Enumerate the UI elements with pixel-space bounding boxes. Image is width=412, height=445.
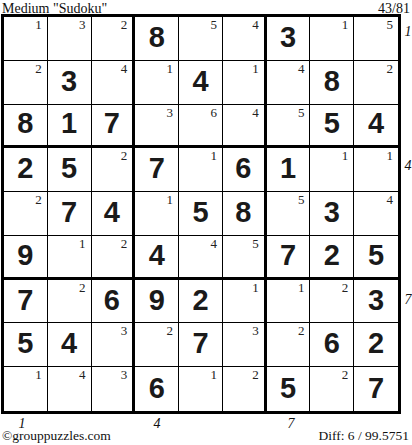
pencil-mark: 2 xyxy=(121,148,128,163)
cell-r8c1[interactable]: 5 xyxy=(4,323,48,367)
cell-r7c7[interactable]: 1 xyxy=(267,280,311,324)
cell-r9c8[interactable]: 2 xyxy=(310,367,354,411)
cell-r6c9[interactable]: 5 xyxy=(354,236,398,280)
cell-r8c9[interactable]: 2 xyxy=(354,323,398,367)
cell-r4c1[interactable]: 2 xyxy=(4,148,48,192)
cell-value: 8 xyxy=(17,109,33,138)
pencil-mark: 6 xyxy=(210,105,217,120)
cell-value: 6 xyxy=(235,154,251,183)
pencil-mark: 2 xyxy=(342,280,349,295)
cell-r4c4[interactable]: 7 xyxy=(135,148,179,192)
cell-r6c2[interactable]: 1 xyxy=(48,236,92,280)
cell-r9c9[interactable]: 7 xyxy=(354,367,398,411)
cell-value: 8 xyxy=(235,198,251,227)
cell-r6c6[interactable]: 5 xyxy=(223,236,267,280)
cell-r2c8[interactable]: 8 xyxy=(310,61,354,105)
pencil-mark: 4 xyxy=(121,61,128,76)
cell-r6c8[interactable]: 2 xyxy=(310,236,354,280)
cell-r1c5[interactable]: 5 xyxy=(179,17,223,61)
cell-value: 7 xyxy=(149,154,165,183)
cell-r6c1[interactable]: 9 xyxy=(4,236,48,280)
row-label-4: 4 xyxy=(403,158,412,174)
pencil-mark: 3 xyxy=(121,367,128,382)
cell-r1c6[interactable]: 4 xyxy=(223,17,267,61)
pencil-mark: 2 xyxy=(252,367,259,382)
cell-r5c5[interactable]: 5 xyxy=(179,192,223,236)
cell-value: 5 xyxy=(324,109,340,138)
sudoku-board: 1328543152341414828173645542527161112741… xyxy=(1,14,401,414)
cell-value: 1 xyxy=(61,109,77,138)
cell-r9c6[interactable]: 2 xyxy=(223,367,267,411)
cell-value: 8 xyxy=(324,67,340,96)
pencil-mark: 3 xyxy=(121,323,128,338)
cell-r6c7[interactable]: 7 xyxy=(267,236,311,280)
pencil-mark: 3 xyxy=(252,323,259,338)
cell-value: 7 xyxy=(104,109,120,138)
cell-value: 6 xyxy=(324,329,340,358)
cell-r3c6[interactable]: 4 xyxy=(223,105,267,149)
cell-r1c9[interactable]: 5 xyxy=(354,17,398,61)
pencil-mark: 1 xyxy=(252,61,259,76)
cell-r4c3[interactable]: 2 xyxy=(92,148,136,192)
cell-r9c1[interactable]: 1 xyxy=(4,367,48,411)
pencil-mark: 3 xyxy=(79,17,86,32)
cell-r6c5[interactable]: 4 xyxy=(179,236,223,280)
cell-value: 3 xyxy=(368,286,384,315)
cell-r8c7[interactable]: 2 xyxy=(267,323,311,367)
cell-value: 5 xyxy=(17,329,33,358)
cell-r1c4[interactable]: 8 xyxy=(135,17,179,61)
cell-r3c2[interactable]: 1 xyxy=(48,105,92,149)
cell-r8c3[interactable]: 3 xyxy=(92,323,136,367)
cell-value: 4 xyxy=(61,329,77,358)
cell-r6c4[interactable]: 4 xyxy=(135,236,179,280)
cell-value: 9 xyxy=(17,241,33,270)
cell-r1c1[interactable]: 1 xyxy=(4,17,48,61)
cell-r7c4[interactable]: 9 xyxy=(135,280,179,324)
pencil-mark: 2 xyxy=(298,323,305,338)
pencil-mark: 5 xyxy=(387,17,394,32)
pencil-mark: 1 xyxy=(79,236,86,251)
cell-value: 2 xyxy=(17,154,33,183)
pencil-mark: 5 xyxy=(298,105,305,120)
pencil-mark: 1 xyxy=(210,367,217,382)
cell-value: 4 xyxy=(104,198,120,227)
cell-value: 6 xyxy=(104,286,120,315)
cell-r4c6[interactable]: 6 xyxy=(223,148,267,192)
cell-r8c4[interactable]: 2 xyxy=(135,323,179,367)
cell-r2c4[interactable]: 1 xyxy=(135,61,179,105)
pencil-mark: 4 xyxy=(252,105,259,120)
pencil-mark: 5 xyxy=(298,192,305,207)
cell-value: 3 xyxy=(61,67,77,96)
cell-r4c2[interactable]: 5 xyxy=(48,148,92,192)
cell-r4c9[interactable]: 1 xyxy=(354,148,398,192)
cell-r7c9[interactable]: 3 xyxy=(354,280,398,324)
cell-value: 8 xyxy=(149,23,165,52)
pencil-mark: 2 xyxy=(121,236,128,251)
pencil-mark: 1 xyxy=(167,61,174,76)
cell-value: 5 xyxy=(280,374,296,403)
pencil-mark: 2 xyxy=(387,61,394,76)
cell-r3c5[interactable]: 6 xyxy=(179,105,223,149)
cell-r4c5[interactable]: 1 xyxy=(179,148,223,192)
difficulty-text: Diff: 6 / 99.5751 xyxy=(319,428,410,444)
pencil-mark: 4 xyxy=(252,17,259,32)
cell-r8c5[interactable]: 7 xyxy=(179,323,223,367)
cell-value: 2 xyxy=(192,286,208,315)
cell-r8c2[interactable]: 4 xyxy=(48,323,92,367)
cell-value: 2 xyxy=(324,241,340,270)
cell-value: 3 xyxy=(324,198,340,227)
col-label-7: 7 xyxy=(281,416,301,432)
cell-r9c4[interactable]: 6 xyxy=(135,367,179,411)
cell-r3c9[interactable]: 4 xyxy=(354,105,398,149)
pencil-mark: 2 xyxy=(79,280,86,295)
cell-r9c3[interactable]: 3 xyxy=(92,367,136,411)
cell-value: 7 xyxy=(368,374,384,403)
pencil-mark: 5 xyxy=(210,17,217,32)
cell-r2c5[interactable]: 4 xyxy=(179,61,223,105)
cell-r7c5[interactable]: 2 xyxy=(179,280,223,324)
copyright-text: ©grouppuzzles.com xyxy=(2,428,111,444)
row-label-1: 1 xyxy=(403,24,412,40)
pencil-mark: 1 xyxy=(342,17,349,32)
cell-value: 7 xyxy=(17,286,33,315)
cell-r7c1[interactable]: 7 xyxy=(4,280,48,324)
cell-value: 7 xyxy=(192,329,208,358)
pencil-mark: 1 xyxy=(35,17,42,32)
pencil-mark: 1 xyxy=(298,280,305,295)
cell-r4c7[interactable]: 1 xyxy=(267,148,311,192)
cell-r1c2[interactable]: 3 xyxy=(48,17,92,61)
cell-value: 4 xyxy=(368,109,384,138)
cell-value: 4 xyxy=(149,241,165,270)
cell-r7c6[interactable]: 1 xyxy=(223,280,267,324)
pencil-mark: 2 xyxy=(167,323,174,338)
pencil-mark: 1 xyxy=(35,367,42,382)
cell-value: 7 xyxy=(280,241,296,270)
cell-value: 6 xyxy=(149,374,165,403)
cell-r7c8[interactable]: 2 xyxy=(310,280,354,324)
cell-r1c8[interactable]: 1 xyxy=(310,17,354,61)
cell-value: 5 xyxy=(368,241,384,270)
cell-r8c6[interactable]: 3 xyxy=(223,323,267,367)
col-label-4: 4 xyxy=(147,416,167,432)
pencil-mark: 4 xyxy=(210,236,217,251)
cell-r4c8[interactable]: 1 xyxy=(310,148,354,192)
cell-value: 7 xyxy=(61,198,77,227)
cell-r1c7[interactable]: 3 xyxy=(267,17,311,61)
cell-r9c2[interactable]: 4 xyxy=(48,367,92,411)
cell-r3c7[interactable]: 5 xyxy=(267,105,311,149)
pencil-mark: 3 xyxy=(167,105,174,120)
cell-r5c1[interactable]: 2 xyxy=(4,192,48,236)
cell-r2c1[interactable]: 2 xyxy=(4,61,48,105)
pencil-mark: 1 xyxy=(167,192,174,207)
cell-r3c8[interactable]: 5 xyxy=(310,105,354,149)
pencil-mark: 1 xyxy=(342,148,349,163)
pencil-mark: 2 xyxy=(342,367,349,382)
cell-r8c8[interactable]: 6 xyxy=(310,323,354,367)
cell-r2c7[interactable]: 4 xyxy=(267,61,311,105)
cell-r2c2[interactable]: 3 xyxy=(48,61,92,105)
cell-r5c2[interactable]: 7 xyxy=(48,192,92,236)
cell-r9c5[interactable]: 1 xyxy=(179,367,223,411)
cell-value: 4 xyxy=(192,67,208,96)
pencil-mark: 1 xyxy=(387,148,394,163)
cell-r2c9[interactable]: 2 xyxy=(354,61,398,105)
cell-r7c2[interactable]: 2 xyxy=(48,280,92,324)
cell-r3c3[interactable]: 7 xyxy=(92,105,136,149)
pencil-mark: 2 xyxy=(35,61,42,76)
cell-r3c4[interactable]: 3 xyxy=(135,105,179,149)
cell-r5c9[interactable]: 4 xyxy=(354,192,398,236)
cell-r5c6[interactable]: 8 xyxy=(223,192,267,236)
pencil-mark: 5 xyxy=(252,236,259,251)
cell-value: 3 xyxy=(280,23,296,52)
cell-value: 9 xyxy=(149,286,165,315)
cell-r9c7[interactable]: 5 xyxy=(267,367,311,411)
row-label-7: 7 xyxy=(403,292,412,308)
pencil-mark: 2 xyxy=(35,192,42,207)
cell-r5c3[interactable]: 4 xyxy=(92,192,136,236)
cell-r2c6[interactable]: 1 xyxy=(223,61,267,105)
cell-r2c3[interactable]: 4 xyxy=(92,61,136,105)
cell-r1c3[interactable]: 2 xyxy=(92,17,136,61)
pencil-mark: 1 xyxy=(210,148,217,163)
cell-r5c7[interactable]: 5 xyxy=(267,192,311,236)
cell-value: 5 xyxy=(192,198,208,227)
cell-value: 1 xyxy=(280,154,296,183)
cell-value: 2 xyxy=(368,329,384,358)
pencil-mark: 4 xyxy=(387,192,394,207)
pencil-mark: 4 xyxy=(298,61,305,76)
cell-r7c3[interactable]: 6 xyxy=(92,280,136,324)
cell-r5c8[interactable]: 3 xyxy=(310,192,354,236)
cell-r6c3[interactable]: 2 xyxy=(92,236,136,280)
cell-r3c1[interactable]: 8 xyxy=(4,105,48,149)
pencil-mark: 2 xyxy=(121,17,128,32)
cell-value: 5 xyxy=(61,154,77,183)
pencil-mark: 4 xyxy=(79,367,86,382)
pencil-mark: 1 xyxy=(252,280,259,295)
cell-r5c4[interactable]: 1 xyxy=(135,192,179,236)
